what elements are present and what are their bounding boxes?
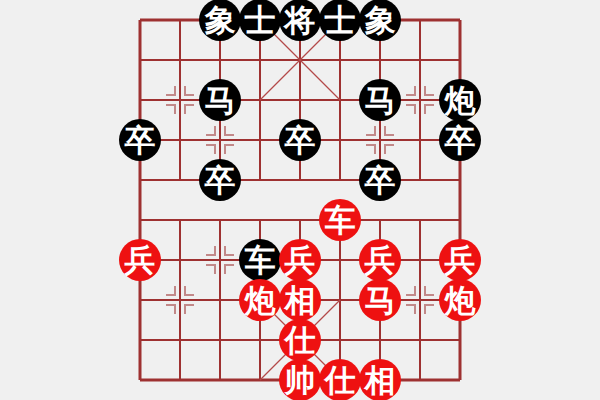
piece-black-horse[interactable]: 马: [359, 79, 401, 121]
piece-black-advisor[interactable]: 士: [239, 0, 281, 41]
piece-black-soldier[interactable]: 卒: [119, 119, 161, 161]
piece-red-advisor[interactable]: 仕: [279, 319, 321, 361]
piece-black-chariot[interactable]: 车: [239, 239, 281, 281]
piece-black-soldier[interactable]: 卒: [199, 159, 241, 201]
piece-red-soldier[interactable]: 兵: [439, 239, 481, 281]
xiangqi-board: 象士将士象马马炮卒卒卒卒卒车车兵兵兵兵炮相马炮仕帅仕相: [0, 0, 600, 400]
piece-black-soldier[interactable]: 卒: [439, 119, 481, 161]
pieces-layer: 象士将士象马马炮卒卒卒卒卒车车兵兵兵兵炮相马炮仕帅仕相: [0, 0, 600, 400]
piece-red-soldier[interactable]: 兵: [119, 239, 161, 281]
piece-red-cannon[interactable]: 炮: [239, 279, 281, 321]
piece-red-elephant[interactable]: 相: [359, 359, 401, 400]
piece-red-general[interactable]: 帅: [279, 359, 321, 400]
piece-black-elephant[interactable]: 象: [359, 0, 401, 41]
piece-black-soldier[interactable]: 卒: [359, 159, 401, 201]
piece-red-horse[interactable]: 马: [359, 279, 401, 321]
piece-red-chariot[interactable]: 车: [319, 199, 361, 241]
piece-black-horse[interactable]: 马: [199, 79, 241, 121]
piece-red-advisor[interactable]: 仕: [319, 359, 361, 400]
piece-red-elephant[interactable]: 相: [279, 279, 321, 321]
piece-red-soldier[interactable]: 兵: [359, 239, 401, 281]
piece-black-advisor[interactable]: 士: [319, 0, 361, 41]
piece-red-cannon[interactable]: 炮: [439, 279, 481, 321]
piece-black-general[interactable]: 将: [279, 0, 321, 41]
piece-black-elephant[interactable]: 象: [199, 0, 241, 41]
piece-red-soldier[interactable]: 兵: [279, 239, 321, 281]
piece-black-cannon[interactable]: 炮: [439, 79, 481, 121]
piece-black-soldier[interactable]: 卒: [279, 119, 321, 161]
